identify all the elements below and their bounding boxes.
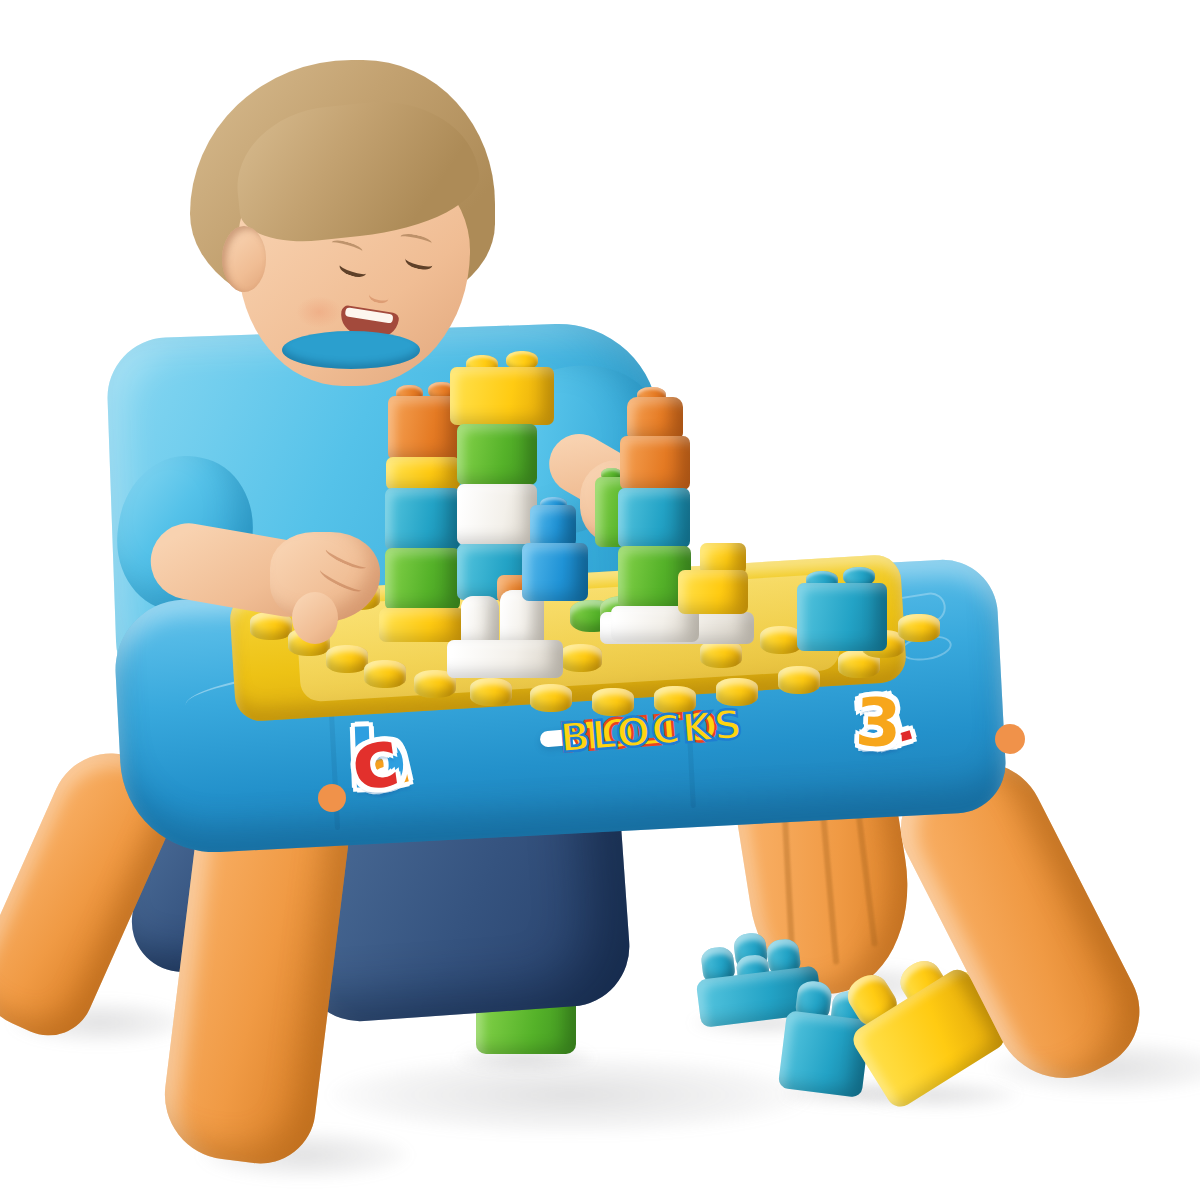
block-white-upright	[461, 596, 499, 646]
plate-stud	[760, 626, 802, 654]
plate-stud	[470, 678, 512, 706]
child-tshirt-collar	[282, 331, 420, 369]
plate-stud	[898, 614, 940, 642]
child-ear	[222, 226, 266, 292]
leg-rib	[854, 797, 878, 947]
block-teal	[385, 488, 460, 550]
block-orange-cap	[627, 397, 683, 439]
block-blue-cap	[530, 505, 576, 547]
plate-stud	[560, 644, 602, 672]
block-orange	[620, 436, 690, 490]
rivet-dot-right	[995, 724, 1025, 754]
block-yellow-step	[678, 570, 748, 614]
block-green	[457, 424, 537, 485]
block-teal-edge	[797, 583, 887, 651]
block-white-base	[447, 640, 563, 678]
block-white	[457, 484, 537, 545]
plate-stud	[530, 684, 572, 712]
plate-stud	[364, 660, 406, 688]
child-thumb	[292, 592, 338, 644]
block-blue	[522, 543, 588, 601]
plate-stud	[700, 640, 742, 668]
block-yellow-base	[379, 608, 465, 642]
block-yellow	[386, 457, 460, 490]
block-yellow	[450, 367, 554, 425]
brand-digit-3: 3	[854, 690, 902, 758]
plate-stud	[326, 645, 368, 673]
product-photo-scene: a b c MOLTO BLOCKS 1 2 3	[0, 0, 1200, 1200]
molto-blocks-sticker: MOLTO BLOCKS	[539, 728, 580, 747]
rivet-dot-left	[318, 784, 346, 812]
block-teal	[618, 488, 690, 548]
block-green	[385, 548, 460, 610]
child-cheek-blush	[296, 296, 342, 328]
plate-stud	[778, 666, 820, 694]
